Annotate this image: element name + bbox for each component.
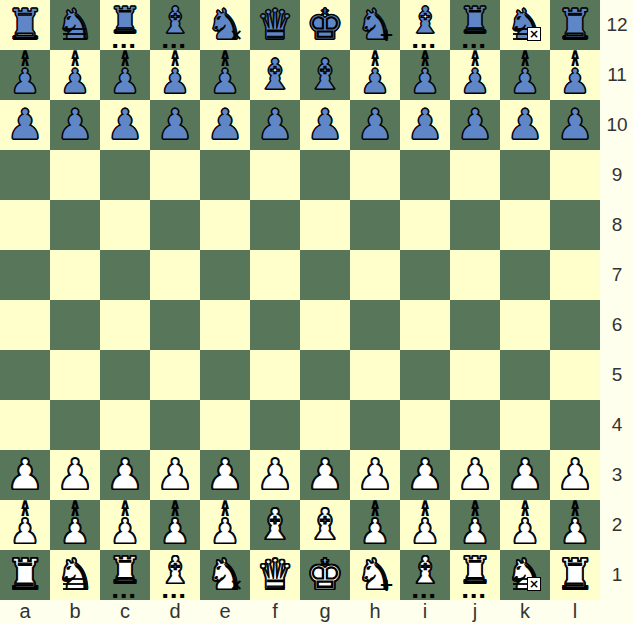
- square-c4[interactable]: [100, 400, 150, 450]
- dots-mark-icon: ▪▪▪: [150, 592, 200, 600]
- dots-mark-icon: ▪▪▪: [450, 42, 500, 50]
- square-b11[interactable]: ♟∧∧: [50, 50, 100, 100]
- piece-black-chevron-pawn[interactable]: ♟∧∧: [350, 50, 400, 100]
- square-k9[interactable]: [500, 150, 550, 200]
- pawn-glyph: ♟: [406, 450, 444, 500]
- piece-white-chevron-pawn[interactable]: ♟∧∧: [550, 500, 600, 550]
- rank-label-9: 9: [600, 150, 634, 200]
- square-j5[interactable]: [450, 350, 500, 400]
- square-l6[interactable]: [550, 300, 600, 350]
- chevron-pawn-glyph: ♟: [510, 62, 540, 100]
- square-i9[interactable]: [400, 150, 450, 200]
- plus-knight-glyph: ♞: [356, 550, 394, 600]
- square-g10[interactable]: ♟: [300, 100, 350, 150]
- pawn-glyph: ♟: [356, 100, 394, 150]
- square-j4[interactable]: [450, 400, 500, 450]
- square-l4[interactable]: [550, 400, 600, 450]
- square-i2[interactable]: ♟∧∧: [400, 500, 450, 550]
- piece-black-pawn[interactable]: ♟: [350, 100, 400, 150]
- square-c3[interactable]: ♟: [100, 450, 150, 500]
- pawn-glyph: ♟: [56, 100, 94, 150]
- rank-label-8: 8: [600, 200, 634, 250]
- square-j11[interactable]: ♟∧∧: [450, 50, 500, 100]
- chevron-pawn-glyph: ♟: [110, 62, 140, 100]
- square-i6[interactable]: [400, 300, 450, 350]
- square-a10[interactable]: ♟: [0, 100, 50, 150]
- rank-label-11: 11: [600, 50, 634, 100]
- square-a4[interactable]: [0, 400, 50, 450]
- square-k6[interactable]: [500, 300, 550, 350]
- piece-white-bishop[interactable]: ♝: [250, 500, 300, 550]
- piece-black-pawn[interactable]: ♟: [550, 100, 600, 150]
- square-d10[interactable]: ♟: [150, 100, 200, 150]
- square-h4[interactable]: [350, 400, 400, 450]
- piece-white-king[interactable]: ♚: [300, 550, 350, 600]
- square-j2[interactable]: ♟∧∧: [450, 500, 500, 550]
- pedestal-bishop-glyph: ♝: [408, 1, 441, 41]
- square-k2[interactable]: ♟∧∧: [500, 500, 550, 550]
- file-labels-strip: abcdefghijkl: [0, 600, 600, 624]
- chevron-pawn-glyph: ♟: [410, 62, 440, 100]
- square-e11[interactable]: ♟∧∧: [200, 50, 250, 100]
- chevron-pawn-glyph: ♟: [360, 62, 390, 100]
- piece-white-pedestal-rook[interactable]: ♜▪▪▪: [450, 550, 500, 600]
- square-l12[interactable]: ♜: [550, 0, 600, 50]
- square-l10[interactable]: ♟: [550, 100, 600, 150]
- pawn-glyph: ♟: [556, 100, 594, 150]
- piece-black-chevron-pawn[interactable]: ♟∧∧: [500, 50, 550, 100]
- square-g4[interactable]: [300, 400, 350, 450]
- file-label-e: e: [200, 600, 250, 624]
- piece-black-pawn[interactable]: ♟: [500, 100, 550, 150]
- square-b5[interactable]: [50, 350, 100, 400]
- piece-white-pawn[interactable]: ♟: [350, 450, 400, 500]
- piece-black-pawn[interactable]: ♟: [200, 100, 250, 150]
- piece-black-rook[interactable]: ♜: [0, 0, 50, 50]
- square-a12[interactable]: ♜: [0, 0, 50, 50]
- square-g11[interactable]: ♝: [300, 50, 350, 100]
- square-d6[interactable]: [150, 300, 200, 350]
- dots-mark-icon: ▪▪▪: [100, 42, 150, 50]
- square-f8[interactable]: [250, 200, 300, 250]
- file-label-k: k: [500, 600, 550, 624]
- piece-black-queen[interactable]: ♛: [250, 0, 300, 50]
- rank-label-6: 6: [600, 300, 634, 350]
- square-h5[interactable]: [350, 350, 400, 400]
- square-f5[interactable]: [250, 350, 300, 400]
- chevron-pawn-glyph: ♟: [160, 512, 190, 550]
- square-b10[interactable]: ♟: [50, 100, 100, 150]
- piece-white-chevron-pawn[interactable]: ♟∧∧: [100, 500, 150, 550]
- square-f11[interactable]: ♝: [250, 50, 300, 100]
- piece-black-pedestal-rook[interactable]: ♜▪▪▪: [100, 0, 150, 50]
- square-j1[interactable]: ♜▪▪▪: [450, 550, 500, 600]
- piece-black-chevron-pawn[interactable]: ♟∧∧: [100, 50, 150, 100]
- chevron-pawn-glyph: ♟: [110, 512, 140, 550]
- piece-white-x-knight[interactable]: ♞×: [200, 550, 250, 600]
- square-d9[interactable]: [150, 150, 200, 200]
- square-j8[interactable]: [450, 200, 500, 250]
- square-e4[interactable]: [200, 400, 250, 450]
- piece-white-pawn[interactable]: ♟: [550, 450, 600, 500]
- square-l1[interactable]: ♜: [550, 550, 600, 600]
- square-h6[interactable]: [350, 300, 400, 350]
- piece-black-pawn[interactable]: ♟: [300, 100, 350, 150]
- piece-black-chevron-pawn[interactable]: ♟∧∧: [0, 50, 50, 100]
- piece-white-pawn[interactable]: ♟: [0, 450, 50, 500]
- square-a3[interactable]: ♟: [0, 450, 50, 500]
- square-h11[interactable]: ♟∧∧: [350, 50, 400, 100]
- square-h1[interactable]: ♞+: [350, 550, 400, 600]
- square-g6[interactable]: [300, 300, 350, 350]
- dots-mark-icon: ▪▪▪: [100, 592, 150, 600]
- piece-black-chevron-pawn[interactable]: ♟∧∧: [550, 50, 600, 100]
- piece-white-pawn[interactable]: ♟: [300, 450, 350, 500]
- square-a1[interactable]: ♜: [0, 550, 50, 600]
- square-e2[interactable]: ♟∧∧: [200, 500, 250, 550]
- square-i8[interactable]: [400, 200, 450, 250]
- square-a2[interactable]: ♟∧∧: [0, 500, 50, 550]
- square-g7[interactable]: [300, 250, 350, 300]
- rank-label-3: 3: [600, 450, 634, 500]
- square-i11[interactable]: ♟∧∧: [400, 50, 450, 100]
- dots-mark-icon: ▪▪▪: [150, 42, 200, 50]
- piece-white-chevron-pawn[interactable]: ♟∧∧: [450, 500, 500, 550]
- piece-white-zebra-knight[interactable]: ♞: [50, 550, 100, 600]
- square-i3[interactable]: ♟: [400, 450, 450, 500]
- square-c11[interactable]: ♟∧∧: [100, 50, 150, 100]
- square-f2[interactable]: ♝: [250, 500, 300, 550]
- square-l3[interactable]: ♟: [550, 450, 600, 500]
- square-a7[interactable]: [0, 250, 50, 300]
- square-d1[interactable]: ♝▪▪▪: [150, 550, 200, 600]
- file-label-f: f: [250, 600, 300, 624]
- rank-label-1: 1: [600, 550, 634, 600]
- square-k8[interactable]: [500, 200, 550, 250]
- square-g3[interactable]: ♟: [300, 450, 350, 500]
- square-d8[interactable]: [150, 200, 200, 250]
- chevron-pawn-glyph: ♟: [60, 512, 90, 550]
- piece-white-rook[interactable]: ♜: [0, 550, 50, 600]
- piece-black-bishop[interactable]: ♝: [250, 50, 300, 100]
- square-a11[interactable]: ♟∧∧: [0, 50, 50, 100]
- square-b3[interactable]: ♟: [50, 450, 100, 500]
- piece-black-pawn[interactable]: ♟: [150, 100, 200, 150]
- piece-black-pawn[interactable]: ♟: [50, 100, 100, 150]
- pedestal-rook-glyph: ♜: [108, 551, 141, 591]
- square-l11[interactable]: ♟∧∧: [550, 50, 600, 100]
- square-g5[interactable]: [300, 350, 350, 400]
- square-c10[interactable]: ♟: [100, 100, 150, 150]
- piece-black-pawn[interactable]: ♟: [100, 100, 150, 150]
- pawn-glyph: ♟: [506, 100, 544, 150]
- rook-glyph: ♜: [556, 550, 594, 600]
- king-glyph: ♚: [306, 0, 344, 50]
- square-k10[interactable]: ♟: [500, 100, 550, 150]
- piece-black-zebra-x-knight[interactable]: ♞×: [500, 0, 550, 50]
- chevron-pawn-glyph: ♟: [360, 512, 390, 550]
- bishop-glyph: ♝: [306, 50, 344, 100]
- square-h3[interactable]: ♟: [350, 450, 400, 500]
- square-c9[interactable]: [100, 150, 150, 200]
- chevron-pawn-glyph: ♟: [160, 62, 190, 100]
- piece-black-chevron-pawn[interactable]: ♟∧∧: [450, 50, 500, 100]
- square-f1[interactable]: ♛: [250, 550, 300, 600]
- square-k12[interactable]: ♞×: [500, 0, 550, 50]
- rank-label-7: 7: [600, 250, 634, 300]
- piece-white-pedestal-bishop[interactable]: ♝▪▪▪: [400, 550, 450, 600]
- square-l9[interactable]: [550, 150, 600, 200]
- board-area: ♜♞♜▪▪▪♝▪▪▪♞×♛♚♞+♝▪▪▪♜▪▪▪♞×♜♟∧∧♟∧∧♟∧∧♟∧∧♟…: [0, 0, 634, 624]
- zebra-knight-glyph: ♞: [56, 550, 94, 600]
- pawn-glyph: ♟: [206, 450, 244, 500]
- piece-white-chevron-pawn[interactable]: ♟∧∧: [400, 500, 450, 550]
- piece-black-pawn[interactable]: ♟: [400, 100, 450, 150]
- square-e12[interactable]: ♞×: [200, 0, 250, 50]
- square-c5[interactable]: [100, 350, 150, 400]
- piece-white-chevron-pawn[interactable]: ♟∧∧: [200, 500, 250, 550]
- piece-white-pawn[interactable]: ♟: [450, 450, 500, 500]
- square-i1[interactable]: ♝▪▪▪: [400, 550, 450, 600]
- bishop-glyph: ♝: [256, 500, 294, 550]
- pawn-glyph: ♟: [256, 450, 294, 500]
- piece-black-chevron-pawn[interactable]: ♟∧∧: [400, 50, 450, 100]
- square-h12[interactable]: ♞+: [350, 0, 400, 50]
- square-i12[interactable]: ♝▪▪▪: [400, 0, 450, 50]
- square-h9[interactable]: [350, 150, 400, 200]
- pawn-glyph: ♟: [56, 450, 94, 500]
- piece-white-queen[interactable]: ♛: [250, 550, 300, 600]
- square-f3[interactable]: ♟: [250, 450, 300, 500]
- square-e6[interactable]: [200, 300, 250, 350]
- square-k1[interactable]: ♞×: [500, 550, 550, 600]
- pawn-glyph: ♟: [456, 450, 494, 500]
- x-knight-glyph: ♞: [206, 550, 244, 600]
- square-l8[interactable]: [550, 200, 600, 250]
- square-b1[interactable]: ♞: [50, 550, 100, 600]
- piece-black-pedestal-bishop[interactable]: ♝▪▪▪: [150, 0, 200, 50]
- square-d12[interactable]: ♝▪▪▪: [150, 0, 200, 50]
- square-h2[interactable]: ♟∧∧: [350, 500, 400, 550]
- queen-glyph: ♛: [256, 0, 294, 50]
- square-h7[interactable]: [350, 250, 400, 300]
- square-f10[interactable]: ♟: [250, 100, 300, 150]
- square-h8[interactable]: [350, 200, 400, 250]
- piece-black-pawn[interactable]: ♟: [450, 100, 500, 150]
- square-g8[interactable]: [300, 200, 350, 250]
- rank-label-5: 5: [600, 350, 634, 400]
- square-h10[interactable]: ♟: [350, 100, 400, 150]
- rook-glyph: ♜: [6, 550, 44, 600]
- square-a8[interactable]: [0, 200, 50, 250]
- chevron-pawn-glyph: ♟: [560, 62, 590, 100]
- square-f9[interactable]: [250, 150, 300, 200]
- pedestal-rook-glyph: ♜: [458, 551, 491, 591]
- square-g12[interactable]: ♚: [300, 0, 350, 50]
- square-j9[interactable]: [450, 150, 500, 200]
- square-c12[interactable]: ♜▪▪▪: [100, 0, 150, 50]
- pawn-glyph: ♟: [306, 450, 344, 500]
- square-f4[interactable]: [250, 400, 300, 450]
- pawn-glyph: ♟: [156, 450, 194, 500]
- square-i7[interactable]: [400, 250, 450, 300]
- piece-white-chevron-pawn[interactable]: ♟∧∧: [50, 500, 100, 550]
- piece-white-plus-knight[interactable]: ♞+: [350, 550, 400, 600]
- pawn-glyph: ♟: [356, 450, 394, 500]
- square-k7[interactable]: [500, 250, 550, 300]
- piece-black-bishop[interactable]: ♝: [300, 50, 350, 100]
- bishop-glyph: ♝: [256, 50, 294, 100]
- square-b7[interactable]: [50, 250, 100, 300]
- square-a6[interactable]: [0, 300, 50, 350]
- piece-white-chevron-pawn[interactable]: ♟∧∧: [0, 500, 50, 550]
- square-f7[interactable]: [250, 250, 300, 300]
- square-k5[interactable]: [500, 350, 550, 400]
- square-d11[interactable]: ♟∧∧: [150, 50, 200, 100]
- file-label-h: h: [350, 600, 400, 624]
- piece-black-zebra-knight[interactable]: ♞: [50, 0, 100, 50]
- file-label-i: i: [400, 600, 450, 624]
- piece-black-rook[interactable]: ♜: [550, 0, 600, 50]
- pawn-glyph: ♟: [156, 100, 194, 150]
- piece-black-chevron-pawn[interactable]: ♟∧∧: [50, 50, 100, 100]
- piece-black-chevron-pawn[interactable]: ♟∧∧: [200, 50, 250, 100]
- piece-black-plus-knight[interactable]: ♞+: [350, 0, 400, 50]
- square-j6[interactable]: [450, 300, 500, 350]
- square-f6[interactable]: [250, 300, 300, 350]
- pedestal-bishop-glyph: ♝: [408, 551, 441, 591]
- piece-white-chevron-pawn[interactable]: ♟∧∧: [150, 500, 200, 550]
- piece-white-pawn[interactable]: ♟: [150, 450, 200, 500]
- square-l5[interactable]: [550, 350, 600, 400]
- square-l7[interactable]: [550, 250, 600, 300]
- piece-white-pawn[interactable]: ♟: [200, 450, 250, 500]
- zebra-x-knight-glyph: ♞: [506, 0, 544, 50]
- square-i10[interactable]: ♟: [400, 100, 450, 150]
- piece-white-rook[interactable]: ♜: [550, 550, 600, 600]
- rank-label-12: 12: [600, 0, 634, 50]
- chevron-pawn-glyph: ♟: [210, 62, 240, 100]
- square-e9[interactable]: [200, 150, 250, 200]
- pedestal-bishop-glyph: ♝: [158, 1, 191, 41]
- dots-mark-icon: ▪▪▪: [400, 42, 450, 50]
- bishop-glyph: ♝: [306, 500, 344, 550]
- piece-white-pawn[interactable]: ♟: [500, 450, 550, 500]
- square-d7[interactable]: [150, 250, 200, 300]
- square-a9[interactable]: [0, 150, 50, 200]
- square-g1[interactable]: ♚: [300, 550, 350, 600]
- square-c7[interactable]: [100, 250, 150, 300]
- pawn-glyph: ♟: [456, 100, 494, 150]
- chevron-pawn-glyph: ♟: [10, 512, 40, 550]
- square-a5[interactable]: [0, 350, 50, 400]
- square-j12[interactable]: ♜▪▪▪: [450, 0, 500, 50]
- piece-white-pedestal-bishop[interactable]: ♝▪▪▪: [150, 550, 200, 600]
- square-d2[interactable]: ♟∧∧: [150, 500, 200, 550]
- square-k11[interactable]: ♟∧∧: [500, 50, 550, 100]
- piece-white-chevron-pawn[interactable]: ♟∧∧: [350, 500, 400, 550]
- square-b2[interactable]: ♟∧∧: [50, 500, 100, 550]
- rook-glyph: ♜: [556, 0, 594, 50]
- square-c8[interactable]: [100, 200, 150, 250]
- pawn-glyph: ♟: [6, 450, 44, 500]
- square-j7[interactable]: [450, 250, 500, 300]
- zebra-x-knight-glyph: ♞: [506, 550, 544, 600]
- piece-black-pedestal-bishop[interactable]: ♝▪▪▪: [400, 0, 450, 50]
- square-b12[interactable]: ♞: [50, 0, 100, 50]
- pawn-glyph: ♟: [406, 100, 444, 150]
- square-b8[interactable]: [50, 200, 100, 250]
- pedestal-bishop-glyph: ♝: [158, 551, 191, 591]
- square-c2[interactable]: ♟∧∧: [100, 500, 150, 550]
- piece-white-zebra-x-knight[interactable]: ♞×: [500, 550, 550, 600]
- chevron-pawn-glyph: ♟: [460, 512, 490, 550]
- square-e5[interactable]: [200, 350, 250, 400]
- rook-glyph: ♜: [6, 0, 44, 50]
- square-k4[interactable]: [500, 400, 550, 450]
- file-label-b: b: [50, 600, 100, 624]
- square-e7[interactable]: [200, 250, 250, 300]
- piece-black-x-knight[interactable]: ♞×: [200, 0, 250, 50]
- square-j3[interactable]: ♟: [450, 450, 500, 500]
- square-d3[interactable]: ♟: [150, 450, 200, 500]
- square-f12[interactable]: ♛: [250, 0, 300, 50]
- piece-white-bishop[interactable]: ♝: [300, 500, 350, 550]
- square-e8[interactable]: [200, 200, 250, 250]
- square-c1[interactable]: ♜▪▪▪: [100, 550, 150, 600]
- piece-black-king[interactable]: ♚: [300, 0, 350, 50]
- chevron-pawn-glyph: ♟: [560, 512, 590, 550]
- piece-black-pawn[interactable]: ♟: [250, 100, 300, 150]
- square-d5[interactable]: [150, 350, 200, 400]
- piece-white-pawn[interactable]: ♟: [100, 450, 150, 500]
- piece-black-pedestal-rook[interactable]: ♜▪▪▪: [450, 0, 500, 50]
- piece-white-pawn[interactable]: ♟: [400, 450, 450, 500]
- piece-white-pawn[interactable]: ♟: [50, 450, 100, 500]
- chevron-pawn-glyph: ♟: [460, 62, 490, 100]
- square-g2[interactable]: ♝: [300, 500, 350, 550]
- square-g9[interactable]: [300, 150, 350, 200]
- pawn-glyph: ♟: [206, 100, 244, 150]
- square-k3[interactable]: ♟: [500, 450, 550, 500]
- piece-white-chevron-pawn[interactable]: ♟∧∧: [500, 500, 550, 550]
- square-i4[interactable]: [400, 400, 450, 450]
- square-l2[interactable]: ♟∧∧: [550, 500, 600, 550]
- piece-white-pedestal-rook[interactable]: ♜▪▪▪: [100, 550, 150, 600]
- pawn-glyph: ♟: [106, 450, 144, 500]
- piece-black-pawn[interactable]: ♟: [0, 100, 50, 150]
- square-i5[interactable]: [400, 350, 450, 400]
- square-d4[interactable]: [150, 400, 200, 450]
- square-e3[interactable]: ♟: [200, 450, 250, 500]
- square-b6[interactable]: [50, 300, 100, 350]
- square-b4[interactable]: [50, 400, 100, 450]
- square-e10[interactable]: ♟: [200, 100, 250, 150]
- board: ♜♞♜▪▪▪♝▪▪▪♞×♛♚♞+♝▪▪▪♜▪▪▪♞×♜♟∧∧♟∧∧♟∧∧♟∧∧♟…: [0, 0, 600, 600]
- king-glyph: ♚: [306, 550, 344, 600]
- pawn-glyph: ♟: [306, 100, 344, 150]
- pawn-glyph: ♟: [506, 450, 544, 500]
- file-label-j: j: [450, 600, 500, 624]
- piece-black-chevron-pawn[interactable]: ♟∧∧: [150, 50, 200, 100]
- square-j10[interactable]: ♟: [450, 100, 500, 150]
- piece-white-pawn[interactable]: ♟: [250, 450, 300, 500]
- square-b9[interactable]: [50, 150, 100, 200]
- chevron-pawn-glyph: ♟: [410, 512, 440, 550]
- square-c6[interactable]: [100, 300, 150, 350]
- square-e1[interactable]: ♞×: [200, 550, 250, 600]
- file-label-a: a: [0, 600, 50, 624]
